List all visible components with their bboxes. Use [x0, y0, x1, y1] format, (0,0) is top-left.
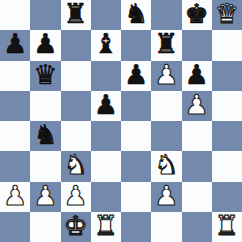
black-knight[interactable]: ♞	[124, 0, 148, 29]
black-bishop[interactable]: ♝	[94, 30, 118, 59]
square-f8[interactable]	[151, 0, 181, 30]
white-queen[interactable]: ♛	[215, 0, 239, 29]
square-h6[interactable]	[212, 61, 242, 91]
black-pawn[interactable]: ♟	[124, 61, 148, 90]
square-h4[interactable]	[212, 121, 242, 151]
black-pawn[interactable]: ♟	[185, 61, 209, 90]
square-h7[interactable]	[212, 30, 242, 60]
square-e8[interactable]: ♞	[121, 0, 151, 30]
square-g8[interactable]: ♚	[182, 0, 212, 30]
square-e2[interactable]	[121, 182, 151, 212]
square-g1[interactable]	[182, 212, 212, 242]
square-f7[interactable]: ♜	[151, 30, 181, 60]
square-d1[interactable]: ♜	[91, 212, 121, 242]
white-rook[interactable]: ♜	[94, 212, 118, 241]
black-queen[interactable]: ♛	[33, 61, 57, 90]
square-g6[interactable]: ♟	[182, 61, 212, 91]
square-h1[interactable]: ♜	[212, 212, 242, 242]
square-a3[interactable]	[0, 151, 30, 181]
square-a1[interactable]	[0, 212, 30, 242]
chess-board-container: ♜♞♚♛♟♟♝♜♛♟♟♟♟♟♞♞♞♟♟♟♟♚♜♜	[0, 0, 242, 242]
white-pawn[interactable]: ♟	[154, 182, 178, 211]
black-pawn[interactable]: ♟	[3, 30, 27, 59]
white-pawn[interactable]: ♟	[64, 182, 88, 211]
white-pawn[interactable]: ♟	[154, 61, 178, 90]
square-c2[interactable]: ♟	[61, 182, 91, 212]
square-g5[interactable]: ♟	[182, 91, 212, 121]
black-rook[interactable]: ♜	[154, 30, 178, 59]
square-f6[interactable]: ♟	[151, 61, 181, 91]
square-c7[interactable]	[61, 30, 91, 60]
white-pawn[interactable]: ♟	[3, 182, 27, 211]
square-d2[interactable]	[91, 182, 121, 212]
square-e1[interactable]	[121, 212, 151, 242]
white-pawn[interactable]: ♟	[185, 91, 209, 120]
square-d8[interactable]	[91, 0, 121, 30]
square-c8[interactable]: ♜	[61, 0, 91, 30]
square-b3[interactable]	[30, 151, 60, 181]
square-c3[interactable]: ♞	[61, 151, 91, 181]
black-knight[interactable]: ♞	[33, 121, 57, 150]
black-king[interactable]: ♚	[185, 0, 209, 29]
white-rook[interactable]: ♜	[215, 212, 239, 241]
square-e3[interactable]	[121, 151, 151, 181]
square-h5[interactable]	[212, 91, 242, 121]
square-d3[interactable]	[91, 151, 121, 181]
square-e7[interactable]	[121, 30, 151, 60]
square-g7[interactable]	[182, 30, 212, 60]
square-a8[interactable]	[0, 0, 30, 30]
square-d5[interactable]: ♟	[91, 91, 121, 121]
white-knight[interactable]: ♞	[64, 151, 88, 180]
black-pawn[interactable]: ♟	[33, 30, 57, 59]
square-e4[interactable]	[121, 121, 151, 151]
square-a2[interactable]: ♟	[0, 182, 30, 212]
white-pawn[interactable]: ♟	[33, 182, 57, 211]
square-h2[interactable]	[212, 182, 242, 212]
square-e5[interactable]	[121, 91, 151, 121]
square-d4[interactable]	[91, 121, 121, 151]
square-d6[interactable]	[91, 61, 121, 91]
square-f1[interactable]	[151, 212, 181, 242]
square-c5[interactable]	[61, 91, 91, 121]
square-g2[interactable]	[182, 182, 212, 212]
square-f4[interactable]	[151, 121, 181, 151]
square-h3[interactable]	[212, 151, 242, 181]
square-b4[interactable]: ♞	[30, 121, 60, 151]
black-pawn[interactable]: ♟	[94, 91, 118, 120]
square-a6[interactable]	[0, 61, 30, 91]
square-b8[interactable]	[30, 0, 60, 30]
square-f2[interactable]: ♟	[151, 182, 181, 212]
square-c6[interactable]	[61, 61, 91, 91]
square-b2[interactable]: ♟	[30, 182, 60, 212]
square-c1[interactable]: ♚	[61, 212, 91, 242]
square-b5[interactable]	[30, 91, 60, 121]
square-e6[interactable]: ♟	[121, 61, 151, 91]
square-c4[interactable]	[61, 121, 91, 151]
square-f3[interactable]: ♞	[151, 151, 181, 181]
chess-board: ♜♞♚♛♟♟♝♜♛♟♟♟♟♟♞♞♞♟♟♟♟♚♜♜	[0, 0, 242, 242]
square-f5[interactable]	[151, 91, 181, 121]
square-b6[interactable]: ♛	[30, 61, 60, 91]
square-g3[interactable]	[182, 151, 212, 181]
square-b7[interactable]: ♟	[30, 30, 60, 60]
square-d7[interactable]: ♝	[91, 30, 121, 60]
white-knight[interactable]: ♞	[154, 151, 178, 180]
square-a4[interactable]	[0, 121, 30, 151]
square-h8[interactable]: ♛	[212, 0, 242, 30]
square-g4[interactable]	[182, 121, 212, 151]
square-a5[interactable]	[0, 91, 30, 121]
black-rook[interactable]: ♜	[64, 0, 88, 29]
white-king[interactable]: ♚	[64, 212, 88, 241]
square-b1[interactable]	[30, 212, 60, 242]
square-a7[interactable]: ♟	[0, 30, 30, 60]
